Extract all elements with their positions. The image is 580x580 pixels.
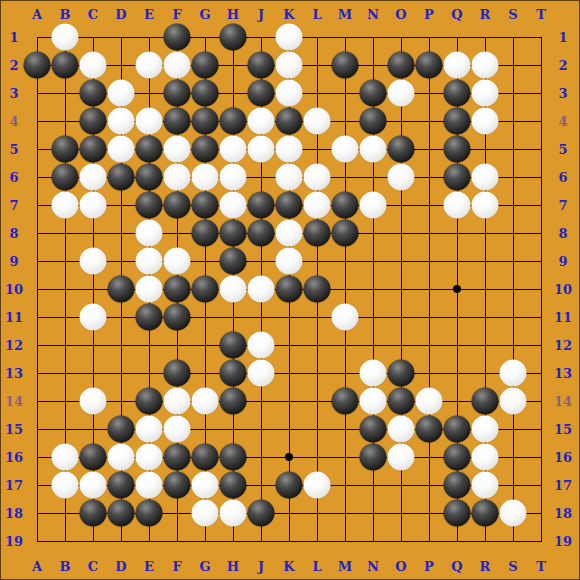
intersection-M12[interactable] (331, 331, 359, 359)
intersection-O19[interactable] (387, 527, 415, 555)
intersection-T6[interactable] (527, 163, 555, 191)
intersection-D16[interactable] (107, 443, 135, 471)
intersection-A3[interactable] (23, 79, 51, 107)
intersection-N1[interactable] (359, 23, 387, 51)
intersection-O6[interactable] (387, 163, 415, 191)
intersection-O5[interactable] (387, 135, 415, 163)
intersection-J12[interactable] (247, 331, 275, 359)
intersection-B6[interactable] (51, 163, 79, 191)
intersection-C1[interactable] (79, 23, 107, 51)
intersection-G6[interactable] (191, 163, 219, 191)
intersection-A2[interactable] (23, 51, 51, 79)
intersection-O15[interactable] (387, 415, 415, 443)
intersection-C17[interactable] (79, 471, 107, 499)
intersection-P12[interactable] (415, 331, 443, 359)
intersection-K18[interactable] (275, 499, 303, 527)
intersection-F18[interactable] (163, 499, 191, 527)
intersection-B3[interactable] (51, 79, 79, 107)
intersection-G15[interactable] (191, 415, 219, 443)
intersection-A18[interactable] (23, 499, 51, 527)
intersection-T3[interactable] (527, 79, 555, 107)
intersection-R5[interactable] (471, 135, 499, 163)
intersection-K2[interactable] (275, 51, 303, 79)
intersection-R1[interactable] (471, 23, 499, 51)
intersection-A9[interactable] (23, 247, 51, 275)
intersection-L17[interactable] (303, 471, 331, 499)
intersection-H16[interactable] (219, 443, 247, 471)
intersection-P17[interactable] (415, 471, 443, 499)
intersection-M3[interactable] (331, 79, 359, 107)
intersection-C3[interactable] (79, 79, 107, 107)
intersection-T5[interactable] (527, 135, 555, 163)
intersection-R9[interactable] (471, 247, 499, 275)
intersection-K15[interactable] (275, 415, 303, 443)
intersection-O18[interactable] (387, 499, 415, 527)
intersection-B2[interactable] (51, 51, 79, 79)
intersection-L2[interactable] (303, 51, 331, 79)
intersection-R15[interactable] (471, 415, 499, 443)
intersection-H15[interactable] (219, 415, 247, 443)
intersection-C9[interactable] (79, 247, 107, 275)
intersection-Q3[interactable] (443, 79, 471, 107)
intersection-R6[interactable] (471, 163, 499, 191)
intersection-L19[interactable] (303, 527, 331, 555)
intersection-G7[interactable] (191, 191, 219, 219)
intersection-D11[interactable] (107, 303, 135, 331)
intersection-D7[interactable] (107, 191, 135, 219)
intersection-A19[interactable] (23, 527, 51, 555)
intersection-S7[interactable] (499, 191, 527, 219)
intersection-E9[interactable] (135, 247, 163, 275)
intersection-P1[interactable] (415, 23, 443, 51)
intersection-H10[interactable] (219, 275, 247, 303)
intersection-K7[interactable] (275, 191, 303, 219)
intersection-O9[interactable] (387, 247, 415, 275)
intersection-O17[interactable] (387, 471, 415, 499)
intersection-L15[interactable] (303, 415, 331, 443)
intersection-O4[interactable] (387, 107, 415, 135)
intersection-L18[interactable] (303, 499, 331, 527)
intersection-G10[interactable] (191, 275, 219, 303)
intersection-B1[interactable] (51, 23, 79, 51)
intersection-K4[interactable] (275, 107, 303, 135)
intersection-G5[interactable] (191, 135, 219, 163)
intersection-T18[interactable] (527, 499, 555, 527)
intersection-D3[interactable] (107, 79, 135, 107)
intersection-S15[interactable] (499, 415, 527, 443)
intersection-J7[interactable] (247, 191, 275, 219)
intersection-R16[interactable] (471, 443, 499, 471)
intersection-D19[interactable] (107, 527, 135, 555)
intersection-A7[interactable] (23, 191, 51, 219)
intersection-N15[interactable] (359, 415, 387, 443)
intersection-J2[interactable] (247, 51, 275, 79)
intersection-M17[interactable] (331, 471, 359, 499)
intersection-N19[interactable] (359, 527, 387, 555)
intersection-F6[interactable] (163, 163, 191, 191)
intersection-F1[interactable] (163, 23, 191, 51)
intersection-F16[interactable] (163, 443, 191, 471)
intersection-Q1[interactable] (443, 23, 471, 51)
intersection-Q15[interactable] (443, 415, 471, 443)
intersection-O13[interactable] (387, 359, 415, 387)
intersection-E15[interactable] (135, 415, 163, 443)
intersection-N5[interactable] (359, 135, 387, 163)
intersection-O10[interactable] (387, 275, 415, 303)
intersection-A13[interactable] (23, 359, 51, 387)
intersection-T12[interactable] (527, 331, 555, 359)
intersection-L7[interactable] (303, 191, 331, 219)
intersection-E10[interactable] (135, 275, 163, 303)
intersection-F14[interactable] (163, 387, 191, 415)
intersection-R19[interactable] (471, 527, 499, 555)
intersection-A11[interactable] (23, 303, 51, 331)
intersection-L1[interactable] (303, 23, 331, 51)
intersection-E8[interactable] (135, 219, 163, 247)
intersection-D4[interactable] (107, 107, 135, 135)
intersection-C7[interactable] (79, 191, 107, 219)
intersection-F2[interactable] (163, 51, 191, 79)
intersection-S16[interactable] (499, 443, 527, 471)
intersection-B10[interactable] (51, 275, 79, 303)
intersection-N9[interactable] (359, 247, 387, 275)
intersection-N13[interactable] (359, 359, 387, 387)
intersection-M7[interactable] (331, 191, 359, 219)
intersection-B18[interactable] (51, 499, 79, 527)
intersection-H19[interactable] (219, 527, 247, 555)
intersection-R11[interactable] (471, 303, 499, 331)
intersection-K10[interactable] (275, 275, 303, 303)
intersection-D8[interactable] (107, 219, 135, 247)
intersection-E7[interactable] (135, 191, 163, 219)
intersection-L10[interactable] (303, 275, 331, 303)
intersection-G1[interactable] (191, 23, 219, 51)
intersection-F7[interactable] (163, 191, 191, 219)
intersection-A17[interactable] (23, 471, 51, 499)
intersection-D1[interactable] (107, 23, 135, 51)
intersection-C10[interactable] (79, 275, 107, 303)
intersection-P5[interactable] (415, 135, 443, 163)
intersection-L8[interactable] (303, 219, 331, 247)
intersection-A5[interactable] (23, 135, 51, 163)
intersection-N6[interactable] (359, 163, 387, 191)
intersection-N10[interactable] (359, 275, 387, 303)
intersection-J6[interactable] (247, 163, 275, 191)
intersection-N12[interactable] (359, 331, 387, 359)
intersection-G13[interactable] (191, 359, 219, 387)
intersection-L11[interactable] (303, 303, 331, 331)
intersection-S19[interactable] (499, 527, 527, 555)
intersection-M16[interactable] (331, 443, 359, 471)
intersection-Q18[interactable] (443, 499, 471, 527)
intersection-C4[interactable] (79, 107, 107, 135)
intersection-S17[interactable] (499, 471, 527, 499)
intersection-L6[interactable] (303, 163, 331, 191)
intersection-P11[interactable] (415, 303, 443, 331)
intersection-J11[interactable] (247, 303, 275, 331)
intersection-J15[interactable] (247, 415, 275, 443)
intersection-T9[interactable] (527, 247, 555, 275)
intersection-R17[interactable] (471, 471, 499, 499)
intersection-R13[interactable] (471, 359, 499, 387)
intersection-O3[interactable] (387, 79, 415, 107)
intersection-G14[interactable] (191, 387, 219, 415)
intersection-J10[interactable] (247, 275, 275, 303)
intersection-T17[interactable] (527, 471, 555, 499)
intersection-S14[interactable] (499, 387, 527, 415)
intersection-L13[interactable] (303, 359, 331, 387)
intersection-K11[interactable] (275, 303, 303, 331)
intersection-A4[interactable] (23, 107, 51, 135)
intersection-J8[interactable] (247, 219, 275, 247)
intersection-O8[interactable] (387, 219, 415, 247)
intersection-A15[interactable] (23, 415, 51, 443)
intersection-B17[interactable] (51, 471, 79, 499)
intersection-O16[interactable] (387, 443, 415, 471)
intersection-O7[interactable] (387, 191, 415, 219)
intersection-P8[interactable] (415, 219, 443, 247)
intersection-M14[interactable] (331, 387, 359, 415)
intersection-J9[interactable] (247, 247, 275, 275)
intersection-M6[interactable] (331, 163, 359, 191)
intersection-R3[interactable] (471, 79, 499, 107)
intersection-C12[interactable] (79, 331, 107, 359)
intersection-G12[interactable] (191, 331, 219, 359)
intersection-K14[interactable] (275, 387, 303, 415)
intersection-S8[interactable] (499, 219, 527, 247)
intersection-K1[interactable] (275, 23, 303, 51)
intersection-Q4[interactable] (443, 107, 471, 135)
intersection-E6[interactable] (135, 163, 163, 191)
intersection-N3[interactable] (359, 79, 387, 107)
intersection-E19[interactable] (135, 527, 163, 555)
intersection-H9[interactable] (219, 247, 247, 275)
intersection-C5[interactable] (79, 135, 107, 163)
intersection-T16[interactable] (527, 443, 555, 471)
intersection-J14[interactable] (247, 387, 275, 415)
intersection-C14[interactable] (79, 387, 107, 415)
intersection-A16[interactable] (23, 443, 51, 471)
intersection-G17[interactable] (191, 471, 219, 499)
intersection-B9[interactable] (51, 247, 79, 275)
intersection-H3[interactable] (219, 79, 247, 107)
intersection-J18[interactable] (247, 499, 275, 527)
intersection-H12[interactable] (219, 331, 247, 359)
intersection-P16[interactable] (415, 443, 443, 471)
intersection-F12[interactable] (163, 331, 191, 359)
intersection-G9[interactable] (191, 247, 219, 275)
intersection-O2[interactable] (387, 51, 415, 79)
intersection-T14[interactable] (527, 387, 555, 415)
intersection-H4[interactable] (219, 107, 247, 135)
intersection-C15[interactable] (79, 415, 107, 443)
intersection-N14[interactable] (359, 387, 387, 415)
intersection-D15[interactable] (107, 415, 135, 443)
intersection-H1[interactable] (219, 23, 247, 51)
intersection-B19[interactable] (51, 527, 79, 555)
intersection-F9[interactable] (163, 247, 191, 275)
intersection-G16[interactable] (191, 443, 219, 471)
intersection-J16[interactable] (247, 443, 275, 471)
intersection-R18[interactable] (471, 499, 499, 527)
intersection-T10[interactable] (527, 275, 555, 303)
intersection-T7[interactable] (527, 191, 555, 219)
intersection-B14[interactable] (51, 387, 79, 415)
intersection-K5[interactable] (275, 135, 303, 163)
intersection-G11[interactable] (191, 303, 219, 331)
intersection-D17[interactable] (107, 471, 135, 499)
intersection-Q17[interactable] (443, 471, 471, 499)
intersection-L16[interactable] (303, 443, 331, 471)
intersection-M10[interactable] (331, 275, 359, 303)
intersection-D13[interactable] (107, 359, 135, 387)
intersection-O11[interactable] (387, 303, 415, 331)
intersection-P14[interactable] (415, 387, 443, 415)
intersection-B5[interactable] (51, 135, 79, 163)
intersection-T2[interactable] (527, 51, 555, 79)
intersection-B4[interactable] (51, 107, 79, 135)
intersection-A1[interactable] (23, 23, 51, 51)
intersection-D12[interactable] (107, 331, 135, 359)
intersection-T8[interactable] (527, 219, 555, 247)
intersection-Q10[interactable] (443, 275, 471, 303)
intersection-R8[interactable] (471, 219, 499, 247)
intersection-N2[interactable] (359, 51, 387, 79)
intersection-A10[interactable] (23, 275, 51, 303)
intersection-H17[interactable] (219, 471, 247, 499)
intersection-M18[interactable] (331, 499, 359, 527)
intersection-L12[interactable] (303, 331, 331, 359)
intersection-Q8[interactable] (443, 219, 471, 247)
intersection-C2[interactable] (79, 51, 107, 79)
intersection-B16[interactable] (51, 443, 79, 471)
intersection-T4[interactable] (527, 107, 555, 135)
intersection-E16[interactable] (135, 443, 163, 471)
intersection-L4[interactable] (303, 107, 331, 135)
intersection-D5[interactable] (107, 135, 135, 163)
intersection-K13[interactable] (275, 359, 303, 387)
intersection-Q14[interactable] (443, 387, 471, 415)
intersection-M8[interactable] (331, 219, 359, 247)
intersection-A14[interactable] (23, 387, 51, 415)
intersection-N11[interactable] (359, 303, 387, 331)
intersection-E13[interactable] (135, 359, 163, 387)
intersection-P6[interactable] (415, 163, 443, 191)
intersection-R14[interactable] (471, 387, 499, 415)
intersection-L5[interactable] (303, 135, 331, 163)
intersection-H2[interactable] (219, 51, 247, 79)
intersection-T15[interactable] (527, 415, 555, 443)
intersection-M13[interactable] (331, 359, 359, 387)
intersection-H14[interactable] (219, 387, 247, 415)
intersection-Q13[interactable] (443, 359, 471, 387)
intersection-T1[interactable] (527, 23, 555, 51)
intersection-B13[interactable] (51, 359, 79, 387)
intersection-H13[interactable] (219, 359, 247, 387)
intersection-G8[interactable] (191, 219, 219, 247)
intersection-K12[interactable] (275, 331, 303, 359)
intersection-D14[interactable] (107, 387, 135, 415)
intersection-S6[interactable] (499, 163, 527, 191)
intersection-B7[interactable] (51, 191, 79, 219)
intersection-K9[interactable] (275, 247, 303, 275)
intersection-F13[interactable] (163, 359, 191, 387)
intersection-H5[interactable] (219, 135, 247, 163)
intersection-M15[interactable] (331, 415, 359, 443)
intersection-S9[interactable] (499, 247, 527, 275)
intersection-C8[interactable] (79, 219, 107, 247)
intersection-D18[interactable] (107, 499, 135, 527)
intersection-E4[interactable] (135, 107, 163, 135)
intersection-E12[interactable] (135, 331, 163, 359)
intersection-N16[interactable] (359, 443, 387, 471)
intersection-N17[interactable] (359, 471, 387, 499)
intersection-K8[interactable] (275, 219, 303, 247)
intersection-B8[interactable] (51, 219, 79, 247)
intersection-E1[interactable] (135, 23, 163, 51)
intersection-E3[interactable] (135, 79, 163, 107)
intersection-S13[interactable] (499, 359, 527, 387)
intersection-J4[interactable] (247, 107, 275, 135)
intersection-R4[interactable] (471, 107, 499, 135)
intersection-T13[interactable] (527, 359, 555, 387)
intersection-R10[interactable] (471, 275, 499, 303)
intersection-A6[interactable] (23, 163, 51, 191)
intersection-H8[interactable] (219, 219, 247, 247)
intersection-E14[interactable] (135, 387, 163, 415)
intersection-C6[interactable] (79, 163, 107, 191)
intersection-P3[interactable] (415, 79, 443, 107)
intersection-A12[interactable] (23, 331, 51, 359)
intersection-C13[interactable] (79, 359, 107, 387)
intersection-J17[interactable] (247, 471, 275, 499)
intersection-P10[interactable] (415, 275, 443, 303)
intersection-K6[interactable] (275, 163, 303, 191)
intersection-Q9[interactable] (443, 247, 471, 275)
intersection-F15[interactable] (163, 415, 191, 443)
intersection-P13[interactable] (415, 359, 443, 387)
intersection-E2[interactable] (135, 51, 163, 79)
intersection-S5[interactable] (499, 135, 527, 163)
intersection-J19[interactable] (247, 527, 275, 555)
intersection-O1[interactable] (387, 23, 415, 51)
intersection-P7[interactable] (415, 191, 443, 219)
intersection-S10[interactable] (499, 275, 527, 303)
intersection-L14[interactable] (303, 387, 331, 415)
intersection-R7[interactable] (471, 191, 499, 219)
intersection-R12[interactable] (471, 331, 499, 359)
intersection-H18[interactable] (219, 499, 247, 527)
intersection-M9[interactable] (331, 247, 359, 275)
intersection-F19[interactable] (163, 527, 191, 555)
intersection-P4[interactable] (415, 107, 443, 135)
intersection-D2[interactable] (107, 51, 135, 79)
intersection-A8[interactable] (23, 219, 51, 247)
intersection-J5[interactable] (247, 135, 275, 163)
intersection-S4[interactable] (499, 107, 527, 135)
intersection-F10[interactable] (163, 275, 191, 303)
intersection-H11[interactable] (219, 303, 247, 331)
intersection-E5[interactable] (135, 135, 163, 163)
intersection-E17[interactable] (135, 471, 163, 499)
intersection-O12[interactable] (387, 331, 415, 359)
intersection-M11[interactable] (331, 303, 359, 331)
intersection-K19[interactable] (275, 527, 303, 555)
intersection-S11[interactable] (499, 303, 527, 331)
intersection-E11[interactable] (135, 303, 163, 331)
intersection-H7[interactable] (219, 191, 247, 219)
intersection-B12[interactable] (51, 331, 79, 359)
